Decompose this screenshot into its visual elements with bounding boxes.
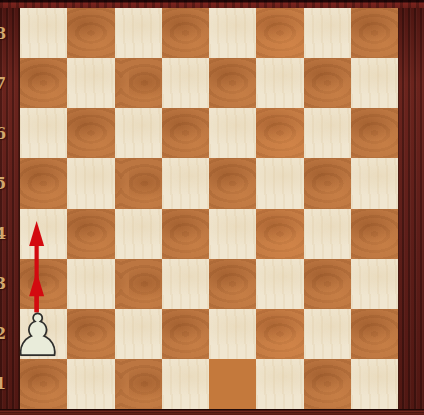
square-c7[interactable] — [115, 58, 162, 108]
square-b2[interactable] — [67, 309, 114, 359]
square-a5[interactable] — [20, 158, 67, 208]
square-d2[interactable] — [162, 309, 209, 359]
square-e6[interactable] — [209, 108, 256, 158]
square-c8[interactable] — [115, 8, 162, 58]
square-d8[interactable] — [162, 8, 209, 58]
square-h7[interactable] — [351, 58, 398, 108]
square-a4[interactable] — [20, 209, 67, 259]
chess-diagram-frame: 8 7 6 5 4 3 2 1 ♟ — [0, 0, 424, 415]
square-b8[interactable] — [67, 8, 114, 58]
square-a2[interactable]: ♟ — [20, 309, 67, 359]
square-g4[interactable] — [304, 209, 351, 259]
square-e1[interactable] — [209, 359, 256, 409]
square-e7[interactable] — [209, 58, 256, 108]
square-h2[interactable] — [351, 309, 398, 359]
white-pawn[interactable]: ♟ — [12, 307, 63, 364]
square-c4[interactable] — [115, 209, 162, 259]
square-f4[interactable] — [256, 209, 303, 259]
square-b6[interactable] — [67, 108, 114, 158]
square-a3[interactable] — [20, 259, 67, 309]
square-c6[interactable] — [115, 108, 162, 158]
square-b5[interactable] — [67, 158, 114, 208]
square-e5[interactable] — [209, 158, 256, 208]
square-d7[interactable] — [162, 58, 209, 108]
square-g3[interactable] — [304, 259, 351, 309]
rank-label-1: 1 — [0, 359, 11, 409]
rank-label-5: 5 — [0, 158, 11, 208]
square-c3[interactable] — [115, 259, 162, 309]
square-b7[interactable] — [67, 58, 114, 108]
frame-bottom-edge — [0, 409, 424, 415]
square-e2[interactable] — [209, 309, 256, 359]
square-f5[interactable] — [256, 158, 303, 208]
square-a8[interactable] — [20, 8, 67, 58]
rank-label-6: 6 — [0, 108, 11, 158]
square-g5[interactable] — [304, 158, 351, 208]
square-g1[interactable] — [304, 359, 351, 409]
square-b1[interactable] — [67, 359, 114, 409]
rank-label-4: 4 — [0, 209, 11, 259]
square-f2[interactable] — [256, 309, 303, 359]
square-h3[interactable] — [351, 259, 398, 309]
rank-label-2: 2 — [0, 309, 11, 359]
square-e4[interactable] — [209, 209, 256, 259]
square-h8[interactable] — [351, 8, 398, 58]
square-g8[interactable] — [304, 8, 351, 58]
rank-label-8: 8 — [0, 8, 11, 58]
square-f7[interactable] — [256, 58, 303, 108]
square-c5[interactable] — [115, 158, 162, 208]
square-d1[interactable] — [162, 359, 209, 409]
square-b3[interactable] — [67, 259, 114, 309]
chess-board[interactable]: ♟ — [20, 8, 398, 409]
square-e8[interactable] — [209, 8, 256, 58]
square-g7[interactable] — [304, 58, 351, 108]
square-h6[interactable] — [351, 108, 398, 158]
square-c1[interactable] — [115, 359, 162, 409]
square-h4[interactable] — [351, 209, 398, 259]
square-c2[interactable] — [115, 309, 162, 359]
rank-labels: 8 7 6 5 4 3 2 1 — [0, 8, 11, 409]
square-f3[interactable] — [256, 259, 303, 309]
rank-label-3: 3 — [0, 259, 11, 309]
square-f6[interactable] — [256, 108, 303, 158]
square-f1[interactable] — [256, 359, 303, 409]
frame-top-edge — [0, 0, 424, 8]
square-d3[interactable] — [162, 259, 209, 309]
square-a7[interactable] — [20, 58, 67, 108]
rank-label-7: 7 — [0, 58, 11, 108]
square-h5[interactable] — [351, 158, 398, 208]
square-d4[interactable] — [162, 209, 209, 259]
square-d6[interactable] — [162, 108, 209, 158]
square-g6[interactable] — [304, 108, 351, 158]
square-d5[interactable] — [162, 158, 209, 208]
square-a6[interactable] — [20, 108, 67, 158]
square-g2[interactable] — [304, 309, 351, 359]
square-b4[interactable] — [67, 209, 114, 259]
square-e3[interactable] — [209, 259, 256, 309]
square-h1[interactable] — [351, 359, 398, 409]
square-f8[interactable] — [256, 8, 303, 58]
